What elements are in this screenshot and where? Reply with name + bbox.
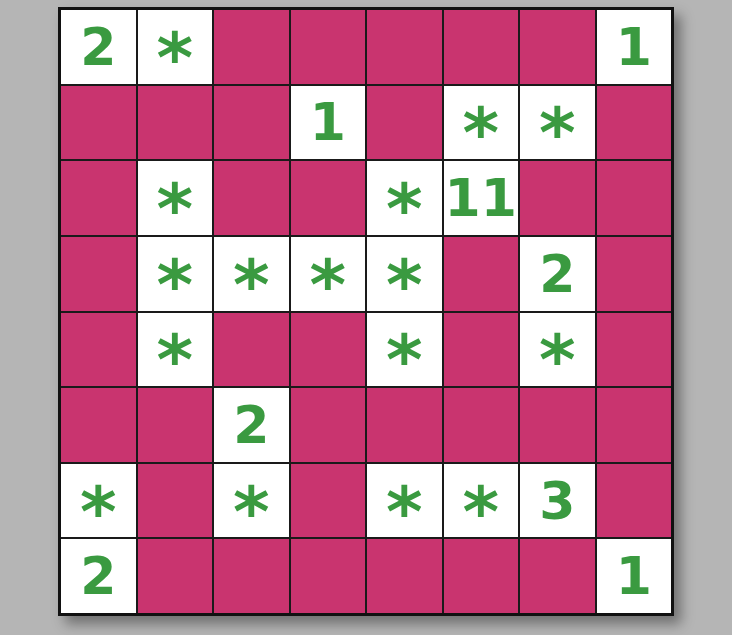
cell-r6c7[interactable] xyxy=(520,388,595,462)
cell-r6c8[interactable] xyxy=(597,388,672,462)
cell-r1c7[interactable] xyxy=(520,10,595,84)
clue-number: 2 xyxy=(539,248,575,300)
asterisk-mark: * xyxy=(233,249,270,310)
cell-r2c5[interactable] xyxy=(367,86,442,160)
cell-r2c8[interactable] xyxy=(597,86,672,160)
cell-r7c3[interactable]: * xyxy=(214,464,289,538)
clue-number: 2 xyxy=(80,21,116,73)
clue-number: 1 xyxy=(616,21,652,73)
cell-r3c6[interactable]: 11 xyxy=(444,161,519,235)
clue-number: 2 xyxy=(80,550,116,602)
cell-r3c8[interactable] xyxy=(597,161,672,235)
cell-r1c3[interactable] xyxy=(214,10,289,84)
asterisk-mark: * xyxy=(462,476,499,537)
cell-r6c1[interactable] xyxy=(61,388,136,462)
cell-r6c6[interactable] xyxy=(444,388,519,462)
cell-r2c2[interactable] xyxy=(138,86,213,160)
cell-r5c1[interactable] xyxy=(61,313,136,387)
asterisk-mark: * xyxy=(233,476,270,537)
asterisk-mark: * xyxy=(156,174,193,235)
cell-r3c4[interactable] xyxy=(291,161,366,235)
cell-r8c4[interactable] xyxy=(291,539,366,613)
cell-r6c4[interactable] xyxy=(291,388,366,462)
cell-r4c4[interactable]: * xyxy=(291,237,366,311)
cell-r1c6[interactable] xyxy=(444,10,519,84)
clue-number: 11 xyxy=(445,172,517,224)
asterisk-mark: * xyxy=(386,476,423,537)
cell-r7c7[interactable]: 3 xyxy=(520,464,595,538)
asterisk-mark: * xyxy=(80,476,117,537)
cell-r1c8[interactable]: 1 xyxy=(597,10,672,84)
cell-r1c5[interactable] xyxy=(367,10,442,84)
puzzle-board: 2*11****11****2***2****321 xyxy=(58,7,674,616)
cell-r4c6[interactable] xyxy=(444,237,519,311)
cell-r1c2[interactable]: * xyxy=(138,10,213,84)
cell-r5c5[interactable]: * xyxy=(367,313,442,387)
cell-r7c2[interactable] xyxy=(138,464,213,538)
clue-number: 1 xyxy=(310,96,346,148)
cell-r4c7[interactable]: 2 xyxy=(520,237,595,311)
cell-r4c8[interactable] xyxy=(597,237,672,311)
cell-r2c7[interactable]: * xyxy=(520,86,595,160)
cell-r8c5[interactable] xyxy=(367,539,442,613)
cell-r6c5[interactable] xyxy=(367,388,442,462)
asterisk-mark: * xyxy=(462,98,499,159)
cell-r5c2[interactable]: * xyxy=(138,313,213,387)
cell-r7c5[interactable]: * xyxy=(367,464,442,538)
cell-r4c5[interactable]: * xyxy=(367,237,442,311)
asterisk-mark: * xyxy=(386,325,423,386)
clue-number: 3 xyxy=(539,475,575,527)
cell-r2c1[interactable] xyxy=(61,86,136,160)
cell-r5c3[interactable] xyxy=(214,313,289,387)
cell-r5c7[interactable]: * xyxy=(520,313,595,387)
cell-r5c4[interactable] xyxy=(291,313,366,387)
cell-r3c3[interactable] xyxy=(214,161,289,235)
cell-r3c1[interactable] xyxy=(61,161,136,235)
cell-r2c4[interactable]: 1 xyxy=(291,86,366,160)
cell-r5c6[interactable] xyxy=(444,313,519,387)
cell-r2c6[interactable]: * xyxy=(444,86,519,160)
cell-r6c3[interactable]: 2 xyxy=(214,388,289,462)
cell-r8c8[interactable]: 1 xyxy=(597,539,672,613)
cell-r8c7[interactable] xyxy=(520,539,595,613)
cell-r1c1[interactable]: 2 xyxy=(61,10,136,84)
cell-r7c4[interactable] xyxy=(291,464,366,538)
cell-r3c5[interactable]: * xyxy=(367,161,442,235)
asterisk-mark: * xyxy=(539,98,576,159)
asterisk-mark: * xyxy=(156,325,193,386)
cell-r7c6[interactable]: * xyxy=(444,464,519,538)
cell-r6c2[interactable] xyxy=(138,388,213,462)
cell-r8c2[interactable] xyxy=(138,539,213,613)
clue-number: 2 xyxy=(233,399,269,451)
cell-r3c7[interactable] xyxy=(520,161,595,235)
cell-r8c6[interactable] xyxy=(444,539,519,613)
asterisk-mark: * xyxy=(156,249,193,310)
cell-r8c3[interactable] xyxy=(214,539,289,613)
page-background: 2*11****11****2***2****321 xyxy=(0,0,732,635)
cell-r8c1[interactable]: 2 xyxy=(61,539,136,613)
cell-r7c1[interactable]: * xyxy=(61,464,136,538)
cell-r7c8[interactable] xyxy=(597,464,672,538)
cell-r1c4[interactable] xyxy=(291,10,366,84)
asterisk-mark: * xyxy=(539,325,576,386)
asterisk-mark: * xyxy=(309,249,346,310)
cell-r2c3[interactable] xyxy=(214,86,289,160)
cell-r4c3[interactable]: * xyxy=(214,237,289,311)
clue-number: 1 xyxy=(616,550,652,602)
cell-r5c8[interactable] xyxy=(597,313,672,387)
asterisk-mark: * xyxy=(156,22,193,83)
cell-r4c2[interactable]: * xyxy=(138,237,213,311)
asterisk-mark: * xyxy=(386,249,423,310)
cell-r3c2[interactable]: * xyxy=(138,161,213,235)
asterisk-mark: * xyxy=(386,174,423,235)
cell-r4c1[interactable] xyxy=(61,237,136,311)
